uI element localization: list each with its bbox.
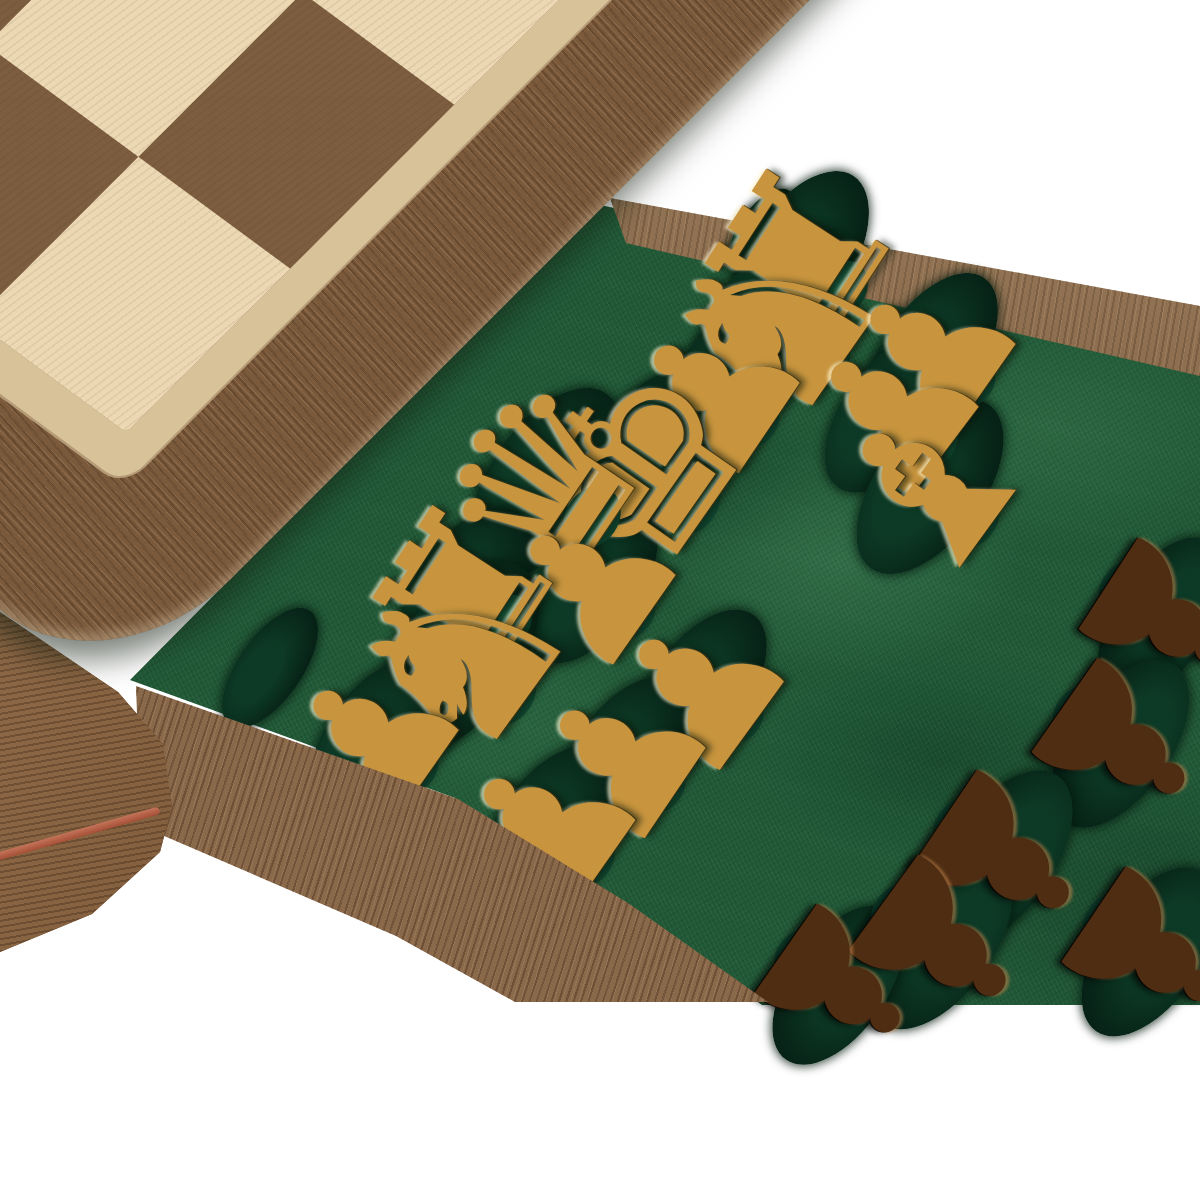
product-photo: ♜♞♟♟♟♚♛♝♟♜♞♟♟♟♟♟♟♟♟♟♟	[0, 0, 1200, 1200]
